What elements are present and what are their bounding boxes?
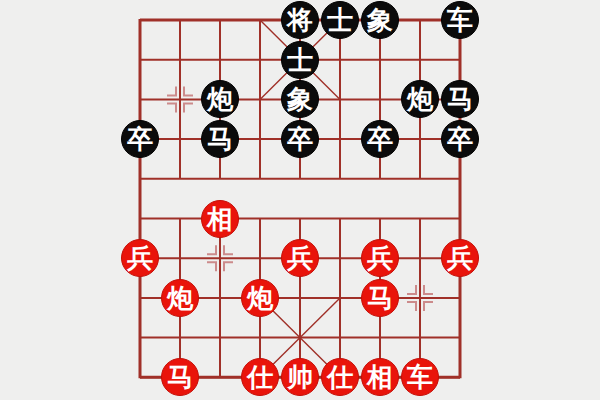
piece-black-soldier-03[interactable]: 卒 [121,120,159,158]
piece-red-elephant-25[interactable]: 相 [201,200,239,238]
piece-red-soldier-06[interactable]: 兵 [121,239,159,277]
piece-red-soldier-46[interactable]: 兵 [281,239,319,277]
xiangqi-board[interactable]: 将士象车士炮象炮马卒马卒卒卒相兵兵兵兵炮炮马马仕帅仕相车 [0,0,600,400]
piece-black-horse-23[interactable]: 马 [201,120,239,158]
piece-black-general-40[interactable]: 将 [281,1,319,39]
piece-red-soldier-86[interactable]: 兵 [441,239,479,277]
piece-black-advisor-41[interactable]: 士 [281,41,319,79]
piece-red-soldier-66[interactable]: 兵 [361,239,399,277]
piece-black-soldier-43[interactable]: 卒 [281,120,319,158]
piece-black-soldier-83[interactable]: 卒 [441,120,479,158]
piece-black-advisor-50[interactable]: 士 [321,1,359,39]
piece-black-soldier-63[interactable]: 卒 [361,120,399,158]
app-background: 将士象车士炮象炮马卒马卒卒卒相兵兵兵兵炮炮马马仕帅仕相车 [0,0,600,400]
piece-red-cannon-17[interactable]: 炮 [161,279,199,317]
piece-black-chariot-80[interactable]: 车 [441,1,479,39]
piece-red-horse-67[interactable]: 马 [361,279,399,317]
piece-red-cannon-37[interactable]: 炮 [241,279,279,317]
piece-black-elephant-60[interactable]: 象 [361,1,399,39]
